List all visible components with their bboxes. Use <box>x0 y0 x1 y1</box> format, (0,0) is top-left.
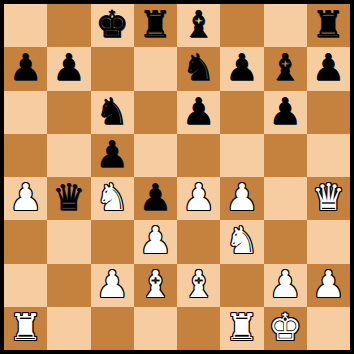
square-b2[interactable] <box>47 264 90 307</box>
square-b7[interactable]: ♟ <box>47 47 90 90</box>
square-e5[interactable] <box>177 134 220 177</box>
square-d4[interactable]: ♟ <box>134 177 177 220</box>
square-e2[interactable]: ♝ <box>177 264 220 307</box>
black-pawn-icon: ♟ <box>182 91 215 133</box>
black-king-icon: ♚ <box>96 4 129 46</box>
square-h1[interactable] <box>307 307 350 350</box>
square-e8[interactable]: ♝ <box>177 4 220 47</box>
square-g2[interactable]: ♟ <box>264 264 307 307</box>
square-e4[interactable]: ♟ <box>177 177 220 220</box>
black-pawn-icon: ♟ <box>312 47 345 89</box>
square-f7[interactable]: ♟ <box>220 47 263 90</box>
square-f4[interactable]: ♟ <box>220 177 263 220</box>
white-king-icon: ♚ <box>269 307 302 349</box>
white-queen-icon: ♛ <box>312 177 345 219</box>
square-f8[interactable] <box>220 4 263 47</box>
square-f5[interactable] <box>220 134 263 177</box>
square-a4[interactable]: ♟ <box>4 177 47 220</box>
black-pawn-icon: ♟ <box>9 47 42 89</box>
black-pawn-icon: ♟ <box>225 47 258 89</box>
square-c4[interactable]: ♞ <box>91 177 134 220</box>
square-e6[interactable]: ♟ <box>177 91 220 134</box>
white-pawn-icon: ♟ <box>96 264 129 306</box>
white-pawn-icon: ♟ <box>225 177 258 219</box>
black-rook-icon: ♜ <box>312 4 345 46</box>
square-h2[interactable]: ♟ <box>307 264 350 307</box>
square-g5[interactable] <box>264 134 307 177</box>
square-h7[interactable]: ♟ <box>307 47 350 90</box>
square-h4[interactable]: ♛ <box>307 177 350 220</box>
black-queen-icon: ♛ <box>52 177 85 219</box>
square-c3[interactable] <box>91 220 134 263</box>
black-pawn-icon: ♟ <box>269 91 302 133</box>
square-c1[interactable] <box>91 307 134 350</box>
square-e7[interactable]: ♞ <box>177 47 220 90</box>
square-c5[interactable]: ♟ <box>91 134 134 177</box>
square-b5[interactable] <box>47 134 90 177</box>
square-f6[interactable] <box>220 91 263 134</box>
black-pawn-icon: ♟ <box>139 177 172 219</box>
square-b8[interactable] <box>47 4 90 47</box>
square-c6[interactable]: ♞ <box>91 91 134 134</box>
square-g8[interactable] <box>264 4 307 47</box>
square-d6[interactable] <box>134 91 177 134</box>
white-pawn-icon: ♟ <box>139 220 172 262</box>
square-b4[interactable]: ♛ <box>47 177 90 220</box>
square-a6[interactable] <box>4 91 47 134</box>
black-pawn-icon: ♟ <box>96 134 129 176</box>
square-g3[interactable] <box>264 220 307 263</box>
square-b1[interactable] <box>47 307 90 350</box>
square-d5[interactable] <box>134 134 177 177</box>
square-g1[interactable]: ♚ <box>264 307 307 350</box>
white-rook-icon: ♜ <box>9 307 42 349</box>
chess-board: ♚♜♝♜♟♟♞♟♝♟♞♟♟♟♟♛♞♟♟♟♛♟♞♟♝♝♟♟♜♜♚ <box>4 4 350 350</box>
square-d1[interactable] <box>134 307 177 350</box>
square-c2[interactable]: ♟ <box>91 264 134 307</box>
white-knight-icon: ♞ <box>96 177 129 219</box>
square-a3[interactable] <box>4 220 47 263</box>
white-pawn-icon: ♟ <box>9 177 42 219</box>
square-f2[interactable] <box>220 264 263 307</box>
black-bishop-icon: ♝ <box>182 4 215 46</box>
square-d7[interactable] <box>134 47 177 90</box>
board-frame: ♚♜♝♜♟♟♞♟♝♟♞♟♟♟♟♛♞♟♟♟♛♟♞♟♝♝♟♟♜♜♚ <box>0 0 354 354</box>
black-pawn-icon: ♟ <box>52 47 85 89</box>
square-a2[interactable] <box>4 264 47 307</box>
square-d2[interactable]: ♝ <box>134 264 177 307</box>
square-b6[interactable] <box>47 91 90 134</box>
square-a7[interactable]: ♟ <box>4 47 47 90</box>
square-f1[interactable]: ♜ <box>220 307 263 350</box>
white-pawn-icon: ♟ <box>312 264 345 306</box>
square-a8[interactable] <box>4 4 47 47</box>
square-h8[interactable]: ♜ <box>307 4 350 47</box>
square-c7[interactable] <box>91 47 134 90</box>
white-rook-icon: ♜ <box>225 307 258 349</box>
white-bishop-icon: ♝ <box>139 264 172 306</box>
square-d3[interactable]: ♟ <box>134 220 177 263</box>
square-c8[interactable]: ♚ <box>91 4 134 47</box>
white-pawn-icon: ♟ <box>182 177 215 219</box>
square-a5[interactable] <box>4 134 47 177</box>
square-h5[interactable] <box>307 134 350 177</box>
square-g4[interactable] <box>264 177 307 220</box>
square-e3[interactable] <box>177 220 220 263</box>
square-b3[interactable] <box>47 220 90 263</box>
square-d8[interactable]: ♜ <box>134 4 177 47</box>
white-knight-icon: ♞ <box>225 220 258 262</box>
square-a1[interactable]: ♜ <box>4 307 47 350</box>
black-knight-icon: ♞ <box>182 47 215 89</box>
square-e1[interactable] <box>177 307 220 350</box>
square-g7[interactable]: ♝ <box>264 47 307 90</box>
square-g6[interactable]: ♟ <box>264 91 307 134</box>
square-f3[interactable]: ♞ <box>220 220 263 263</box>
black-rook-icon: ♜ <box>139 4 172 46</box>
black-knight-icon: ♞ <box>96 91 129 133</box>
black-bishop-icon: ♝ <box>269 47 302 89</box>
square-h3[interactable] <box>307 220 350 263</box>
white-pawn-icon: ♟ <box>269 264 302 306</box>
square-h6[interactable] <box>307 91 350 134</box>
white-bishop-icon: ♝ <box>182 264 215 306</box>
